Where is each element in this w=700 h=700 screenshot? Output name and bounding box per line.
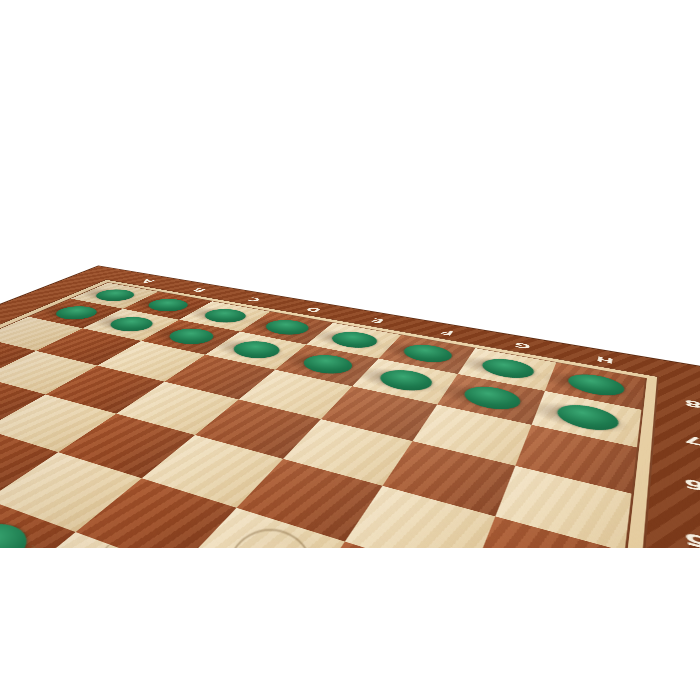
piece-black-pawn-h7[interactable]: ♟ [532, 391, 642, 447]
chess-photo-scene: ABCDEFGH12345678 ♜♞♝♛♚♝♞♜♟♟♟♟♟♟♟♟♟♟♟♟♟♟♟… [0, 0, 700, 700]
photo-crop-bottom [0, 548, 700, 700]
